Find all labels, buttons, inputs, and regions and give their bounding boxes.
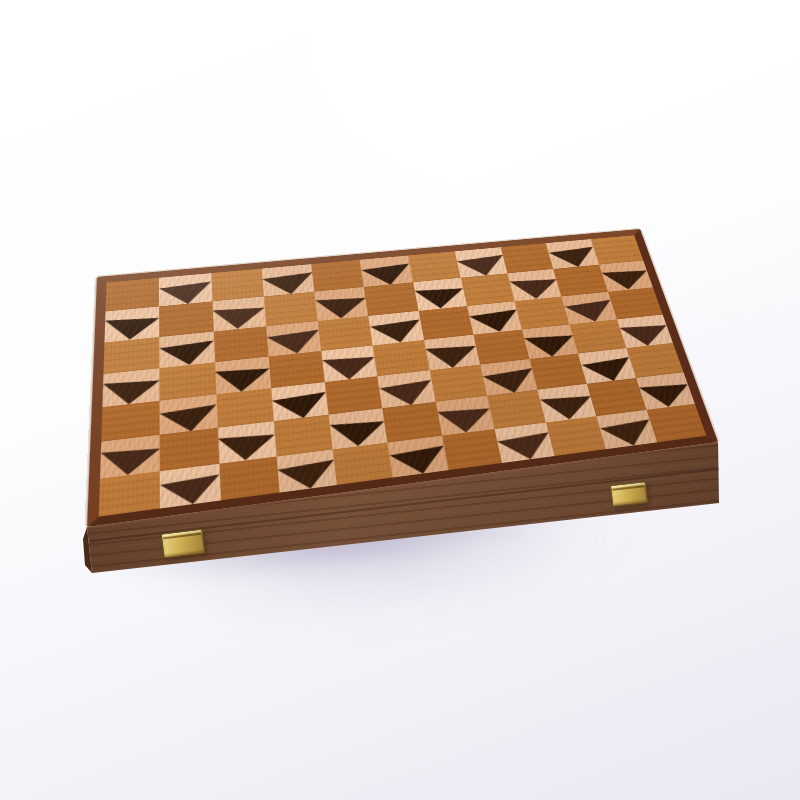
pattern-cell [546, 416, 606, 456]
pattern-cell [333, 442, 393, 485]
pattern-cell [442, 429, 502, 470]
pattern-cell [276, 449, 336, 492]
clasp-left [161, 529, 206, 559]
pattern-cell [388, 435, 448, 477]
dark-shadow-wedge [160, 463, 220, 508]
pattern-cell [646, 404, 706, 443]
pattern-cell [494, 422, 554, 463]
pattern-cell [160, 463, 220, 508]
clasp-right [610, 481, 648, 507]
dark-shadow-wedge [276, 449, 336, 492]
dark-shadow-wedge [494, 422, 554, 463]
pattern-cell [99, 471, 161, 517]
backgammon-case [0, 0, 800, 800]
product-photo-background [0, 0, 800, 800]
pattern-cell [219, 456, 279, 500]
dark-shadow-wedge [388, 435, 448, 477]
